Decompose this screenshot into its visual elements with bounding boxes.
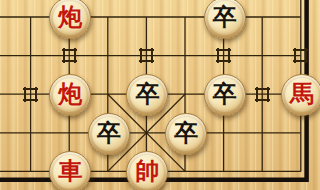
piece-black-soldier-c[interactable]: 卒 <box>204 74 246 116</box>
piece-black-soldier-e[interactable]: 卒 <box>165 113 207 155</box>
star-point-marker <box>255 87 270 102</box>
piece-red-horse[interactable]: 馬 <box>281 74 320 116</box>
star-point-marker <box>62 48 77 63</box>
piece-label: 卒 <box>213 82 237 106</box>
piece-black-soldier-a[interactable]: 卒 <box>204 0 246 39</box>
piece-black-soldier-d[interactable]: 卒 <box>88 113 130 155</box>
piece-label: 炮 <box>58 82 82 106</box>
star-point-marker <box>293 48 308 63</box>
piece-label: 卒 <box>135 82 159 106</box>
piece-label: 卒 <box>213 5 237 29</box>
star-point-marker <box>23 87 38 102</box>
piece-label: 帥 <box>135 159 159 183</box>
piece-label: 馬 <box>290 82 314 106</box>
piece-label: 車 <box>58 159 82 183</box>
piece-red-chariot[interactable]: 車 <box>49 151 91 190</box>
piece-label: 炮 <box>58 5 82 29</box>
star-point-marker <box>139 48 154 63</box>
piece-label: 卒 <box>174 121 198 145</box>
xiangqi-board[interactable]: 炮卒炮卒卒馬卒卒車帥 <box>0 0 320 190</box>
piece-red-general[interactable]: 帥 <box>126 151 168 190</box>
star-point-marker <box>216 48 231 63</box>
piece-label: 卒 <box>97 121 121 145</box>
